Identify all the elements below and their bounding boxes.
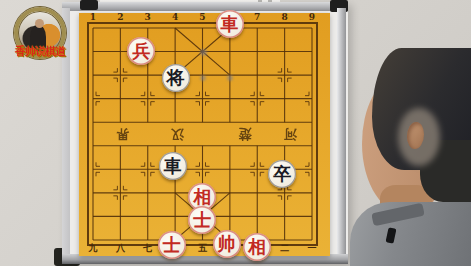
piece-black-pawn[interactable]: 卒 <box>268 160 296 188</box>
piece-red-advisor[interactable]: 士 <box>158 231 186 259</box>
frame-corner-cap <box>80 0 98 10</box>
piece-red-chariot[interactable]: 車 <box>216 10 244 38</box>
piece-red-general[interactable]: 帅 <box>213 230 241 258</box>
piece-black-chariot[interactable]: 車 <box>159 152 187 180</box>
piece-red-elephant[interactable]: 相 <box>243 233 271 261</box>
channel-logo: 香帅说棋道 <box>8 5 72 63</box>
xiangqi-board: 123456789 九八七六五四三二一 界汉楚河 車兵将車卒相士士帅相 <box>79 13 330 256</box>
piece-red-pawn[interactable]: 兵 <box>127 37 155 65</box>
channel-watermark-text: 香帅说棋道 <box>8 44 72 59</box>
presenter <box>350 40 471 266</box>
whiteboard-frame-top <box>62 2 348 11</box>
whiteboard: 123456789 九八七六五四三二一 界汉楚河 車兵将車卒相士士帅相 <box>62 2 348 264</box>
piece-black-general[interactable]: 将 <box>162 64 190 92</box>
pieces-layer: 車兵将車卒相士士帅相 <box>79 16 326 252</box>
logo-person-head <box>35 19 44 28</box>
piece-red-advisor[interactable]: 士 <box>188 206 216 234</box>
whiteboard-frame-right <box>337 8 346 260</box>
